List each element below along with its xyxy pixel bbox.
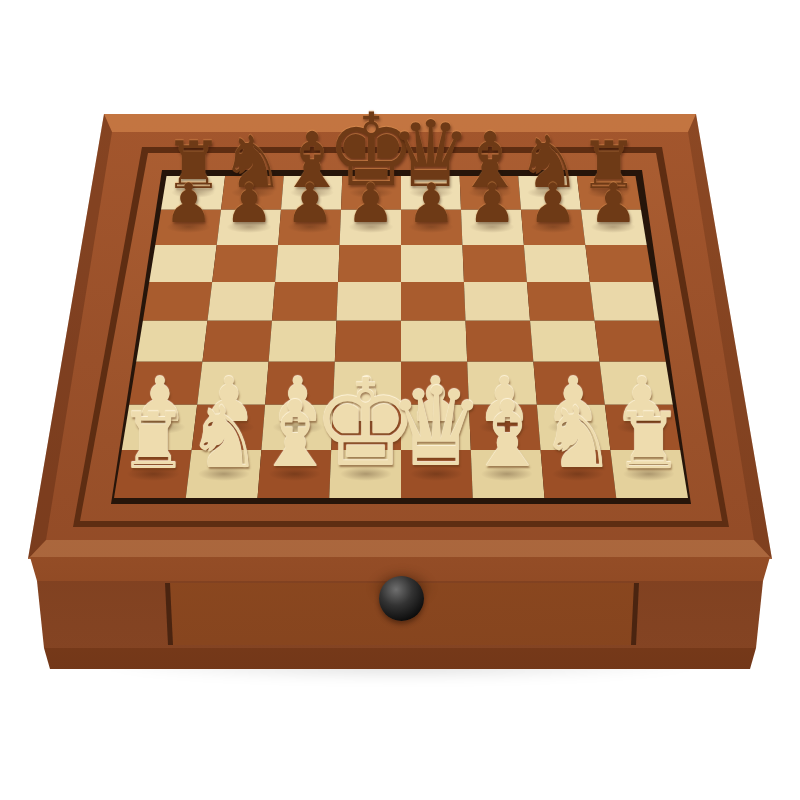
pawn-glyph: ♟ (164, 177, 213, 231)
knight-glyph: ♞ (186, 395, 263, 481)
pawn-glyph: ♟ (528, 177, 577, 231)
drawer-knob[interactable] (379, 576, 424, 621)
pawn-glyph: ♟ (225, 177, 274, 231)
pawn-glyph: ♟ (468, 177, 517, 231)
rook-glyph: ♜ (119, 402, 189, 480)
pawn-glyph: ♟ (589, 177, 638, 231)
chess-set-photo: ♜♞♝♚♛♝♞♜♟♟♟♟♟♟♟♟♟♟♟♟♟♟♟♟♜♞♝♚♛♝♞♜ (0, 0, 800, 800)
bishop-glyph: ♝ (466, 389, 548, 481)
pawn-glyph: ♟ (346, 177, 395, 231)
pawn-glyph: ♟ (407, 177, 456, 231)
knight-glyph: ♞ (540, 395, 617, 481)
pawn-glyph: ♟ (286, 177, 335, 231)
rook-glyph: ♜ (614, 402, 684, 480)
